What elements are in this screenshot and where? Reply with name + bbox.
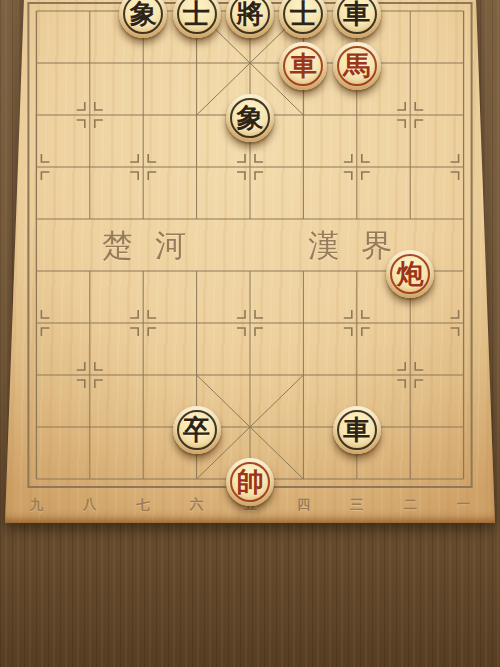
piece-red-炮-8[interactable]: 炮 [386,250,434,298]
file-label-4: 四 [297,496,311,514]
piece-glyph: 帥 [237,468,264,495]
piece-glyph: 將 [237,0,264,27]
piece-black-卒-9[interactable]: 卒 [173,406,221,454]
piece-glyph: 炮 [397,260,424,287]
piece-ring [283,46,323,86]
piece-glyph: 士 [290,0,317,27]
file-label-8: 八 [83,496,97,514]
piece-black-象-7[interactable]: 象 [226,94,274,142]
piece-red-馬-6[interactable]: 馬 [333,42,381,90]
piece-black-車-10[interactable]: 車 [333,406,381,454]
piece-glyph: 馬 [343,52,370,79]
piece-glyph: 車 [290,52,317,79]
piece-glyph: 象 [130,0,157,27]
piece-ring [123,0,163,34]
piece-glyph: 車 [343,416,370,443]
piece-glyph: 士 [183,0,210,27]
file-label-6: 六 [190,496,204,514]
piece-glyph: 象 [237,104,264,131]
piece-ring [177,410,217,450]
piece-ring [283,0,323,34]
piece-ring [230,462,270,502]
piece-red-帥-11[interactable]: 帥 [226,458,274,506]
file-label-1: 一 [457,496,471,514]
piece-ring [337,0,377,34]
piece-ring [230,0,270,34]
file-label-3: 三 [350,496,364,514]
piece-ring [337,410,377,450]
piece-ring [230,98,270,138]
file-label-2: 二 [403,496,417,514]
file-label-7: 七 [136,496,150,514]
piece-glyph: 卒 [183,416,210,443]
piece-ring [390,254,430,294]
piece-ring [177,0,217,34]
piece-glyph: 車 [343,0,370,27]
river-label-left: 楚河 [80,225,208,267]
file-label-9: 九 [30,496,44,514]
piece-ring [337,46,377,86]
table-background: 楚河 漢界 九八七六五四三二一 象士將士車車馬象炮卒車帥 [0,0,500,667]
